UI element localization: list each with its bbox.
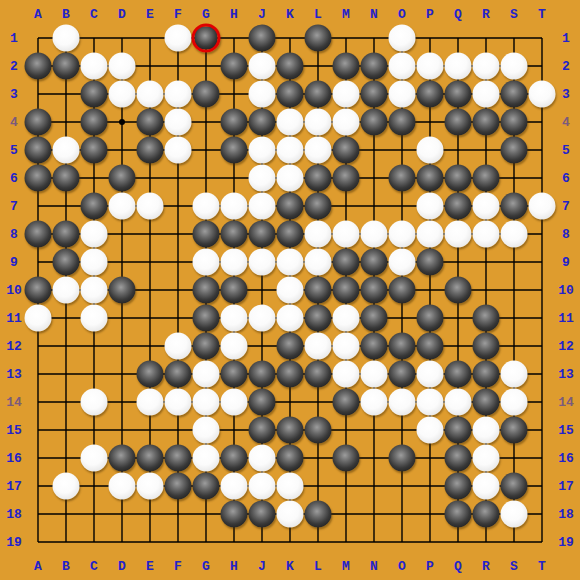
stone-black-C4[interactable] <box>81 109 108 136</box>
col-label-bottom-Q: Q <box>454 560 462 573</box>
col-label-top-L: L <box>314 8 322 21</box>
stone-black-Q16[interactable] <box>445 445 472 472</box>
stone-black-K2[interactable] <box>277 53 304 80</box>
stone-black-L11[interactable] <box>305 305 332 332</box>
stone-black-C5[interactable] <box>81 137 108 164</box>
stone-black-F16[interactable] <box>165 445 192 472</box>
stone-white-M3[interactable] <box>333 81 360 108</box>
col-label-top-K: K <box>286 8 294 21</box>
col-label-top-P: P <box>426 8 434 21</box>
col-label-bottom-T: T <box>538 560 546 573</box>
stone-black-H5[interactable] <box>221 137 248 164</box>
stone-white-K10[interactable] <box>277 277 304 304</box>
row-label-left-3: 3 <box>10 88 18 101</box>
stone-black-E16[interactable] <box>137 445 164 472</box>
col-label-bottom-D: D <box>118 560 126 573</box>
stone-white-D3[interactable] <box>109 81 136 108</box>
stone-white-O8[interactable] <box>389 221 416 248</box>
col-label-bottom-F: F <box>174 560 182 573</box>
stone-white-J9[interactable] <box>249 249 276 276</box>
stone-white-J16[interactable] <box>249 445 276 472</box>
stone-white-F3[interactable] <box>165 81 192 108</box>
row-label-right-2: 2 <box>562 60 570 73</box>
stone-white-G14[interactable] <box>193 389 220 416</box>
stone-white-D17[interactable] <box>109 473 136 500</box>
stone-white-N8[interactable] <box>361 221 388 248</box>
stone-white-H14[interactable] <box>221 389 248 416</box>
stone-white-B10[interactable] <box>53 277 80 304</box>
stone-black-G11[interactable] <box>193 305 220 332</box>
stone-black-D16[interactable] <box>109 445 136 472</box>
stone-white-K6[interactable] <box>277 165 304 192</box>
col-label-bottom-O: O <box>398 560 406 573</box>
col-label-top-M: M <box>342 8 350 21</box>
stone-white-S8[interactable] <box>501 221 528 248</box>
stone-white-H11[interactable] <box>221 305 248 332</box>
row-label-left-6: 6 <box>10 172 18 185</box>
stone-black-A10[interactable] <box>25 277 52 304</box>
stone-white-K5[interactable] <box>277 137 304 164</box>
row-label-left-12: 12 <box>6 340 22 353</box>
stone-black-S7[interactable] <box>501 193 528 220</box>
stone-white-J6[interactable] <box>249 165 276 192</box>
row-label-left-15: 15 <box>6 424 22 437</box>
stone-black-A2[interactable] <box>25 53 52 80</box>
stone-white-F14[interactable] <box>165 389 192 416</box>
stone-black-E4[interactable] <box>137 109 164 136</box>
stone-white-K4[interactable] <box>277 109 304 136</box>
stone-black-C7[interactable] <box>81 193 108 220</box>
stone-white-P5[interactable] <box>417 137 444 164</box>
stone-white-R2[interactable] <box>473 53 500 80</box>
stone-white-Q2[interactable] <box>445 53 472 80</box>
stone-black-H8[interactable] <box>221 221 248 248</box>
stone-white-S14[interactable] <box>501 389 528 416</box>
stone-white-R16[interactable] <box>473 445 500 472</box>
stone-black-K13[interactable] <box>277 361 304 388</box>
stone-white-R8[interactable] <box>473 221 500 248</box>
stone-black-H10[interactable] <box>221 277 248 304</box>
stone-white-S18[interactable] <box>501 501 528 528</box>
col-label-bottom-S: S <box>510 560 518 573</box>
star-point-D4 <box>119 119 125 125</box>
stone-black-D10[interactable] <box>109 277 136 304</box>
stone-black-D6[interactable] <box>109 165 136 192</box>
stone-black-S15[interactable] <box>501 417 528 444</box>
stone-black-N3[interactable] <box>361 81 388 108</box>
stone-black-H2[interactable] <box>221 53 248 80</box>
stone-black-M10[interactable] <box>333 277 360 304</box>
stone-white-J17[interactable] <box>249 473 276 500</box>
stone-white-N13[interactable] <box>361 361 388 388</box>
stone-white-J7[interactable] <box>249 193 276 220</box>
stone-black-E5[interactable] <box>137 137 164 164</box>
col-label-bottom-L: L <box>314 560 322 573</box>
stone-black-G17[interactable] <box>193 473 220 500</box>
stone-white-P13[interactable] <box>417 361 444 388</box>
row-label-right-5: 5 <box>562 144 570 157</box>
col-label-top-E: E <box>146 8 154 21</box>
stone-white-A11[interactable] <box>25 305 52 332</box>
stone-black-K16[interactable] <box>277 445 304 472</box>
stone-black-A5[interactable] <box>25 137 52 164</box>
stone-black-R11[interactable] <box>473 305 500 332</box>
row-label-right-19: 19 <box>558 536 574 549</box>
stone-white-H9[interactable] <box>221 249 248 276</box>
row-label-right-14: 14 <box>558 396 574 409</box>
stone-black-R14[interactable] <box>473 389 500 416</box>
stone-black-S5[interactable] <box>501 137 528 164</box>
stone-white-R15[interactable] <box>473 417 500 444</box>
col-label-top-D: D <box>118 8 126 21</box>
stone-black-L18[interactable] <box>305 501 332 528</box>
row-label-right-1: 1 <box>562 32 570 45</box>
stone-black-G12[interactable] <box>193 333 220 360</box>
col-label-bottom-B: B <box>62 560 70 573</box>
stone-white-K11[interactable] <box>277 305 304 332</box>
stone-white-T7[interactable] <box>529 193 556 220</box>
stone-black-N4[interactable] <box>361 109 388 136</box>
col-label-bottom-P: P <box>426 560 434 573</box>
stone-white-G16[interactable] <box>193 445 220 472</box>
row-label-right-4: 4 <box>562 116 570 129</box>
stone-black-M6[interactable] <box>333 165 360 192</box>
stone-white-H12[interactable] <box>221 333 248 360</box>
stone-black-G3[interactable] <box>193 81 220 108</box>
stone-white-J5[interactable] <box>249 137 276 164</box>
stone-black-E13[interactable] <box>137 361 164 388</box>
stone-black-P6[interactable] <box>417 165 444 192</box>
col-label-top-Q: Q <box>454 8 462 21</box>
stone-black-M14[interactable] <box>333 389 360 416</box>
col-label-bottom-E: E <box>146 560 154 573</box>
stone-black-L7[interactable] <box>305 193 332 220</box>
stone-black-K15[interactable] <box>277 417 304 444</box>
stone-black-P3[interactable] <box>417 81 444 108</box>
row-label-left-13: 13 <box>6 368 22 381</box>
stone-white-E3[interactable] <box>137 81 164 108</box>
row-label-left-16: 16 <box>6 452 22 465</box>
stone-white-J2[interactable] <box>249 53 276 80</box>
stone-black-J15[interactable] <box>249 417 276 444</box>
stone-white-E17[interactable] <box>137 473 164 500</box>
stone-white-M4[interactable] <box>333 109 360 136</box>
stone-black-N12[interactable] <box>361 333 388 360</box>
stone-black-L10[interactable] <box>305 277 332 304</box>
stone-white-G15[interactable] <box>193 417 220 444</box>
stone-black-F17[interactable] <box>165 473 192 500</box>
row-label-left-18: 18 <box>6 508 22 521</box>
stone-black-N11[interactable] <box>361 305 388 332</box>
row-label-right-16: 16 <box>558 452 574 465</box>
stone-black-O12[interactable] <box>389 333 416 360</box>
col-label-top-J: J <box>258 8 266 21</box>
stone-black-Q4[interactable] <box>445 109 472 136</box>
stone-black-Q10[interactable] <box>445 277 472 304</box>
stone-black-O16[interactable] <box>389 445 416 472</box>
stone-white-B17[interactable] <box>53 473 80 500</box>
stone-black-O6[interactable] <box>389 165 416 192</box>
stone-white-O2[interactable] <box>389 53 416 80</box>
stone-white-G9[interactable] <box>193 249 220 276</box>
stone-white-R3[interactable] <box>473 81 500 108</box>
row-label-right-11: 11 <box>558 312 574 325</box>
stone-white-J3[interactable] <box>249 81 276 108</box>
stone-white-Q14[interactable] <box>445 389 472 416</box>
stone-black-N10[interactable] <box>361 277 388 304</box>
stone-black-L13[interactable] <box>305 361 332 388</box>
stone-white-M13[interactable] <box>333 361 360 388</box>
stone-black-L1[interactable] <box>305 25 332 52</box>
stone-black-P9[interactable] <box>417 249 444 276</box>
stone-black-R13[interactable] <box>473 361 500 388</box>
stone-white-M11[interactable] <box>333 305 360 332</box>
stone-black-J8[interactable] <box>249 221 276 248</box>
stone-white-M8[interactable] <box>333 221 360 248</box>
stone-white-Q8[interactable] <box>445 221 472 248</box>
stone-white-O9[interactable] <box>389 249 416 276</box>
row-label-left-17: 17 <box>6 480 22 493</box>
stone-black-O4[interactable] <box>389 109 416 136</box>
stone-white-J11[interactable] <box>249 305 276 332</box>
stone-black-B6[interactable] <box>53 165 80 192</box>
stone-black-M5[interactable] <box>333 137 360 164</box>
stone-black-M16[interactable] <box>333 445 360 472</box>
stone-black-N9[interactable] <box>361 249 388 276</box>
stone-black-A6[interactable] <box>25 165 52 192</box>
row-label-left-19: 19 <box>6 536 22 549</box>
stone-black-Q13[interactable] <box>445 361 472 388</box>
col-label-top-G: G <box>202 8 210 21</box>
stone-black-L15[interactable] <box>305 417 332 444</box>
col-label-top-S: S <box>510 8 518 21</box>
row-label-left-1: 1 <box>10 32 18 45</box>
col-label-bottom-J: J <box>258 560 266 573</box>
stone-black-H13[interactable] <box>221 361 248 388</box>
stone-black-K12[interactable] <box>277 333 304 360</box>
row-label-right-12: 12 <box>558 340 574 353</box>
stone-black-P12[interactable] <box>417 333 444 360</box>
stone-black-S3[interactable] <box>501 81 528 108</box>
stone-black-S4[interactable] <box>501 109 528 136</box>
stone-white-K9[interactable] <box>277 249 304 276</box>
col-label-top-F: F <box>174 8 182 21</box>
stone-black-K8[interactable] <box>277 221 304 248</box>
stone-white-F12[interactable] <box>165 333 192 360</box>
stone-white-E14[interactable] <box>137 389 164 416</box>
stone-white-C10[interactable] <box>81 277 108 304</box>
stone-black-H4[interactable] <box>221 109 248 136</box>
stone-white-S13[interactable] <box>501 361 528 388</box>
stone-black-F13[interactable] <box>165 361 192 388</box>
col-label-top-O: O <box>398 8 406 21</box>
row-label-left-9: 9 <box>10 256 18 269</box>
col-label-bottom-C: C <box>90 560 98 573</box>
stone-black-Q3[interactable] <box>445 81 472 108</box>
stone-black-B2[interactable] <box>53 53 80 80</box>
col-label-bottom-R: R <box>482 560 490 573</box>
stone-black-Q6[interactable] <box>445 165 472 192</box>
stone-white-C16[interactable] <box>81 445 108 472</box>
stone-white-L9[interactable] <box>305 249 332 276</box>
stone-black-P11[interactable] <box>417 305 444 332</box>
stone-black-Q7[interactable] <box>445 193 472 220</box>
stone-white-R17[interactable] <box>473 473 500 500</box>
go-board[interactable]: AABBCCDDEEFFGGHHJJKKLLMMNNOOPPQQRRSSTT11… <box>0 0 580 580</box>
stone-white-C9[interactable] <box>81 249 108 276</box>
col-label-bottom-M: M <box>342 560 350 573</box>
stone-white-G13[interactable] <box>193 361 220 388</box>
stone-white-R7[interactable] <box>473 193 500 220</box>
stone-white-L8[interactable] <box>305 221 332 248</box>
stone-white-N14[interactable] <box>361 389 388 416</box>
stone-black-B8[interactable] <box>53 221 80 248</box>
row-label-right-7: 7 <box>562 200 570 213</box>
row-label-left-2: 2 <box>10 60 18 73</box>
stone-white-O3[interactable] <box>389 81 416 108</box>
stone-white-P15[interactable] <box>417 417 444 444</box>
stone-white-L4[interactable] <box>305 109 332 136</box>
stone-black-G8[interactable] <box>193 221 220 248</box>
stone-black-R18[interactable] <box>473 501 500 528</box>
row-label-left-4: 4 <box>10 116 18 129</box>
stone-white-B1[interactable] <box>53 25 80 52</box>
stone-black-M9[interactable] <box>333 249 360 276</box>
stone-white-C11[interactable] <box>81 305 108 332</box>
row-label-left-14: 14 <box>6 396 22 409</box>
stone-black-H16[interactable] <box>221 445 248 472</box>
stone-white-C14[interactable] <box>81 389 108 416</box>
stone-black-R12[interactable] <box>473 333 500 360</box>
col-label-bottom-K: K <box>286 560 294 573</box>
stone-black-Q18[interactable] <box>445 501 472 528</box>
row-label-left-7: 7 <box>10 200 18 213</box>
stone-black-S17[interactable] <box>501 473 528 500</box>
stone-white-H17[interactable] <box>221 473 248 500</box>
stone-white-P8[interactable] <box>417 221 444 248</box>
stone-black-Q17[interactable] <box>445 473 472 500</box>
stone-black-M2[interactable] <box>333 53 360 80</box>
stone-black-L6[interactable] <box>305 165 332 192</box>
stone-white-P14[interactable] <box>417 389 444 416</box>
stone-white-P7[interactable] <box>417 193 444 220</box>
stone-white-K17[interactable] <box>277 473 304 500</box>
stone-black-K7[interactable] <box>277 193 304 220</box>
stone-black-R6[interactable] <box>473 165 500 192</box>
stone-black-B9[interactable] <box>53 249 80 276</box>
stone-white-O14[interactable] <box>389 389 416 416</box>
stone-white-H7[interactable] <box>221 193 248 220</box>
stone-black-G1-last-move[interactable] <box>192 24 221 53</box>
row-label-left-10: 10 <box>6 284 22 297</box>
stone-black-J1[interactable] <box>249 25 276 52</box>
stone-black-H18[interactable] <box>221 501 248 528</box>
stone-white-F1[interactable] <box>165 25 192 52</box>
stone-black-Q15[interactable] <box>445 417 472 444</box>
stone-black-A8[interactable] <box>25 221 52 248</box>
col-label-top-C: C <box>90 8 98 21</box>
col-label-bottom-N: N <box>370 560 378 573</box>
stone-white-G7[interactable] <box>193 193 220 220</box>
stone-white-D2[interactable] <box>109 53 136 80</box>
stone-white-B5[interactable] <box>53 137 80 164</box>
stone-white-M12[interactable] <box>333 333 360 360</box>
row-label-right-9: 9 <box>562 256 570 269</box>
row-label-right-17: 17 <box>558 480 574 493</box>
stone-black-K3[interactable] <box>277 81 304 108</box>
col-label-bottom-A: A <box>34 560 42 573</box>
col-label-top-R: R <box>482 8 490 21</box>
stone-black-G10[interactable] <box>193 277 220 304</box>
stone-black-J14[interactable] <box>249 389 276 416</box>
row-label-right-10: 10 <box>558 284 574 297</box>
stone-white-C2[interactable] <box>81 53 108 80</box>
row-label-right-15: 15 <box>558 424 574 437</box>
col-label-top-H: H <box>230 8 238 21</box>
stone-black-J18[interactable] <box>249 501 276 528</box>
stone-white-O1[interactable] <box>389 25 416 52</box>
row-label-right-6: 6 <box>562 172 570 185</box>
col-label-bottom-G: G <box>202 560 210 573</box>
row-label-right-13: 13 <box>558 368 574 381</box>
col-label-top-T: T <box>538 8 546 21</box>
stone-white-P2[interactable] <box>417 53 444 80</box>
stone-black-J13[interactable] <box>249 361 276 388</box>
stone-black-O10[interactable] <box>389 277 416 304</box>
stone-white-L12[interactable] <box>305 333 332 360</box>
stone-black-A4[interactable] <box>25 109 52 136</box>
col-label-top-B: B <box>62 8 70 21</box>
stone-white-E7[interactable] <box>137 193 164 220</box>
stone-white-C8[interactable] <box>81 221 108 248</box>
stone-black-J4[interactable] <box>249 109 276 136</box>
row-label-right-18: 18 <box>558 508 574 521</box>
stone-white-L5[interactable] <box>305 137 332 164</box>
row-label-left-5: 5 <box>10 144 18 157</box>
stone-black-N2[interactable] <box>361 53 388 80</box>
stone-black-C3[interactable] <box>81 81 108 108</box>
stone-black-R4[interactable] <box>473 109 500 136</box>
stone-black-O13[interactable] <box>389 361 416 388</box>
stone-white-F4[interactable] <box>165 109 192 136</box>
stone-white-K18[interactable] <box>277 501 304 528</box>
stone-white-F5[interactable] <box>165 137 192 164</box>
col-label-top-N: N <box>370 8 378 21</box>
stone-white-S2[interactable] <box>501 53 528 80</box>
row-label-right-8: 8 <box>562 228 570 241</box>
row-label-left-11: 11 <box>6 312 22 325</box>
stone-white-D7[interactable] <box>109 193 136 220</box>
row-label-left-8: 8 <box>10 228 18 241</box>
stone-white-T3[interactable] <box>529 81 556 108</box>
col-label-bottom-H: H <box>230 560 238 573</box>
row-label-right-3: 3 <box>562 88 570 101</box>
col-label-top-A: A <box>34 8 42 21</box>
stone-black-L3[interactable] <box>305 81 332 108</box>
